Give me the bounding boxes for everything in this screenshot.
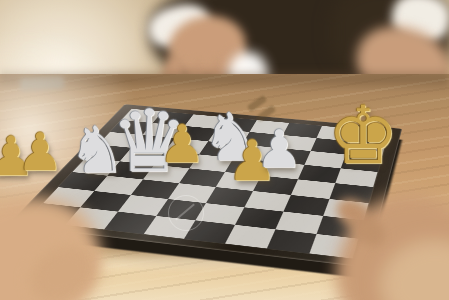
piece-gold-pawn-c7[interactable]: ♟ bbox=[159, 118, 206, 170]
watermark-circular-stamp bbox=[168, 195, 204, 231]
piece-silver-pawn-f6[interactable]: ♟ bbox=[256, 123, 303, 175]
captured-gold-pawn[interactable]: ♟ bbox=[17, 126, 64, 178]
board-square-g1[interactable] bbox=[267, 229, 317, 253]
photo-scene: ♟ ♟ ♞ ♛ ♟ ♞ ♟ ♟ ♚ bbox=[0, 0, 449, 300]
piece-gold-king-h7[interactable]: ♚ bbox=[327, 96, 399, 176]
